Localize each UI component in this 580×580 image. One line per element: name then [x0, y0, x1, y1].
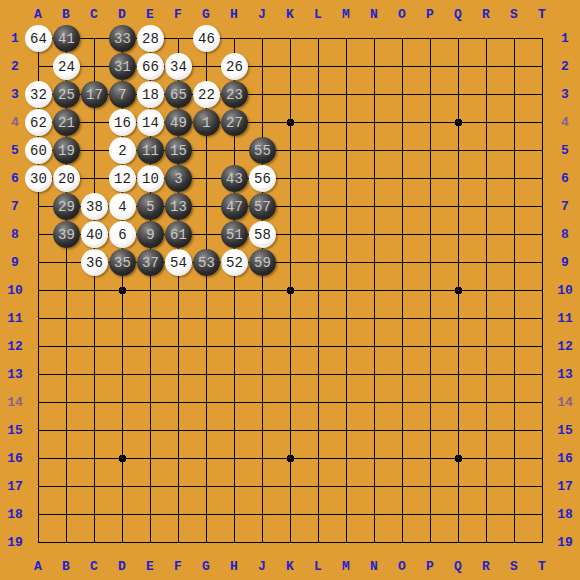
col-label-bottom-H: H [230, 560, 238, 573]
stone-black-37-E9[interactable]: 37 [137, 249, 164, 276]
stone-white-62-A4[interactable]: 62 [25, 109, 52, 136]
stone-black-53-G9[interactable]: 53 [193, 249, 220, 276]
row-label-right-8: 8 [561, 228, 569, 241]
stone-black-39-B8[interactable]: 39 [53, 221, 80, 248]
stone-white-60-A5[interactable]: 60 [25, 137, 52, 164]
stone-white-66-E2[interactable]: 66 [137, 53, 164, 80]
stone-white-20-B6[interactable]: 20 [53, 165, 80, 192]
col-label-bottom-S: S [510, 560, 518, 573]
col-label-top-H: H [230, 8, 238, 21]
row-label-left-3: 3 [11, 88, 19, 101]
row-label-right-3: 3 [561, 88, 569, 101]
row-label-left-14: 14 [7, 396, 23, 409]
stone-black-49-F4[interactable]: 49 [165, 109, 192, 136]
col-label-top-C: C [90, 8, 98, 21]
row-label-right-1: 1 [561, 32, 569, 45]
stone-white-14-E4[interactable]: 14 [137, 109, 164, 136]
stone-white-16-D4[interactable]: 16 [109, 109, 136, 136]
col-label-top-G: G [202, 8, 210, 21]
stone-black-13-F7[interactable]: 13 [165, 193, 192, 220]
row-label-left-17: 17 [7, 480, 23, 493]
row-label-left-4: 4 [11, 116, 19, 129]
stone-white-40-C8[interactable]: 40 [81, 221, 108, 248]
col-label-top-P: P [426, 8, 434, 21]
col-label-bottom-Q: Q [454, 560, 462, 573]
stone-black-57-J7[interactable]: 57 [249, 193, 276, 220]
stone-white-18-E3[interactable]: 18 [137, 81, 164, 108]
row-label-right-9: 9 [561, 256, 569, 269]
stone-black-55-J5[interactable]: 55 [249, 137, 276, 164]
col-label-bottom-C: C [90, 560, 98, 573]
col-label-top-L: L [314, 8, 322, 21]
stone-black-61-F8[interactable]: 61 [165, 221, 192, 248]
col-label-top-D: D [118, 8, 126, 21]
col-label-top-M: M [342, 8, 350, 21]
col-label-top-B: B [62, 8, 70, 21]
stone-black-47-H7[interactable]: 47 [221, 193, 248, 220]
row-label-right-18: 18 [557, 508, 573, 521]
star-point-K10 [287, 287, 295, 295]
star-point-K4 [287, 119, 295, 127]
col-label-bottom-B: B [62, 560, 70, 573]
col-label-bottom-R: R [482, 560, 490, 573]
stone-black-1-G4[interactable]: 1 [193, 109, 220, 136]
stone-black-51-H8[interactable]: 51 [221, 221, 248, 248]
row-label-left-10: 10 [7, 284, 23, 297]
stone-white-36-C9[interactable]: 36 [81, 249, 108, 276]
stone-black-15-F5[interactable]: 15 [165, 137, 192, 164]
col-label-top-S: S [510, 8, 518, 21]
stone-black-59-J9[interactable]: 59 [249, 249, 276, 276]
row-label-right-10: 10 [557, 284, 573, 297]
star-point-K16 [287, 455, 295, 463]
stone-black-9-E8[interactable]: 9 [137, 221, 164, 248]
row-label-right-19: 19 [557, 536, 573, 549]
col-label-top-E: E [146, 8, 154, 21]
row-label-left-13: 13 [7, 368, 23, 381]
col-label-bottom-J: J [258, 560, 266, 573]
row-label-right-5: 5 [561, 144, 569, 157]
stone-black-5-E7[interactable]: 5 [137, 193, 164, 220]
col-label-bottom-D: D [118, 560, 126, 573]
stone-white-2-D5[interactable]: 2 [109, 137, 136, 164]
stone-white-22-G3[interactable]: 22 [193, 81, 220, 108]
stone-white-32-A3[interactable]: 32 [25, 81, 52, 108]
row-label-right-7: 7 [561, 200, 569, 213]
row-label-left-18: 18 [7, 508, 23, 521]
row-label-right-4: 4 [561, 116, 569, 129]
stone-white-28-E1[interactable]: 28 [137, 25, 164, 52]
row-label-left-5: 5 [11, 144, 19, 157]
stone-white-4-D7[interactable]: 4 [109, 193, 136, 220]
row-label-left-16: 16 [7, 452, 23, 465]
row-label-right-16: 16 [557, 452, 573, 465]
stone-white-56-J6[interactable]: 56 [249, 165, 276, 192]
stone-black-31-D2[interactable]: 31 [109, 53, 136, 80]
stone-white-12-D6[interactable]: 12 [109, 165, 136, 192]
stone-white-6-D8[interactable]: 6 [109, 221, 136, 248]
col-label-bottom-O: O [398, 560, 406, 573]
row-label-right-17: 17 [557, 480, 573, 493]
row-label-right-14: 14 [557, 396, 573, 409]
stone-black-25-B3[interactable]: 25 [53, 81, 80, 108]
col-label-bottom-K: K [286, 560, 294, 573]
col-label-top-Q: Q [454, 8, 462, 21]
col-label-top-O: O [398, 8, 406, 21]
row-label-left-11: 11 [7, 312, 23, 325]
go-board[interactable]: AABBCCDDEEFFGGHHJJKKLLMMNNOOPPQQRRSSTT11… [0, 0, 580, 580]
stone-white-46-G1[interactable]: 46 [193, 25, 220, 52]
col-label-top-N: N [370, 8, 378, 21]
col-label-top-R: R [482, 8, 490, 21]
row-label-right-11: 11 [557, 312, 573, 325]
stone-black-19-B5[interactable]: 19 [53, 137, 80, 164]
col-label-bottom-L: L [314, 560, 322, 573]
stone-black-3-F6[interactable]: 3 [165, 165, 192, 192]
col-label-bottom-N: N [370, 560, 378, 573]
col-label-top-K: K [286, 8, 294, 21]
col-label-bottom-F: F [174, 560, 182, 573]
stone-black-43-H6[interactable]: 43 [221, 165, 248, 192]
row-label-left-7: 7 [11, 200, 19, 213]
col-label-bottom-E: E [146, 560, 154, 573]
stone-white-52-H9[interactable]: 52 [221, 249, 248, 276]
star-point-D10 [119, 287, 127, 295]
col-label-bottom-P: P [426, 560, 434, 573]
stone-black-17-C3[interactable]: 17 [81, 81, 108, 108]
star-point-Q4 [455, 119, 463, 127]
stone-white-34-F2[interactable]: 34 [165, 53, 192, 80]
row-label-left-6: 6 [11, 172, 19, 185]
star-point-D16 [119, 455, 127, 463]
star-point-Q10 [455, 287, 463, 295]
col-label-top-A: A [34, 8, 42, 21]
col-label-bottom-M: M [342, 560, 350, 573]
col-label-top-F: F [174, 8, 182, 21]
row-label-left-12: 12 [7, 340, 23, 353]
row-label-right-12: 12 [557, 340, 573, 353]
star-point-Q16 [455, 455, 463, 463]
col-label-bottom-A: A [34, 560, 42, 573]
stone-black-21-B4[interactable]: 21 [53, 109, 80, 136]
row-label-left-8: 8 [11, 228, 19, 241]
stone-white-26-H2[interactable]: 26 [221, 53, 248, 80]
col-label-bottom-G: G [202, 560, 210, 573]
stone-black-23-H3[interactable]: 23 [221, 81, 248, 108]
stone-white-24-B2[interactable]: 24 [53, 53, 80, 80]
stone-white-58-J8[interactable]: 58 [249, 221, 276, 248]
stone-white-30-A6[interactable]: 30 [25, 165, 52, 192]
stone-black-35-D9[interactable]: 35 [109, 249, 136, 276]
row-label-right-2: 2 [561, 60, 569, 73]
stone-black-7-D3[interactable]: 7 [109, 81, 136, 108]
stone-black-65-F3[interactable]: 65 [165, 81, 192, 108]
stone-white-10-E6[interactable]: 10 [137, 165, 164, 192]
col-label-top-T: T [538, 8, 546, 21]
stone-white-38-C7[interactable]: 38 [81, 193, 108, 220]
row-label-left-1: 1 [11, 32, 19, 45]
col-label-bottom-T: T [538, 560, 546, 573]
stone-black-27-H4[interactable]: 27 [221, 109, 248, 136]
stone-black-33-D1[interactable]: 33 [109, 25, 136, 52]
stone-white-64-A1[interactable]: 64 [25, 25, 52, 52]
row-label-right-6: 6 [561, 172, 569, 185]
row-label-right-13: 13 [557, 368, 573, 381]
stone-black-11-E5[interactable]: 11 [137, 137, 164, 164]
row-label-right-15: 15 [557, 424, 573, 437]
row-label-left-2: 2 [11, 60, 19, 73]
col-label-top-J: J [258, 8, 266, 21]
row-label-left-9: 9 [11, 256, 19, 269]
stone-black-41-B1[interactable]: 41 [53, 25, 80, 52]
row-label-left-19: 19 [7, 536, 23, 549]
row-label-left-15: 15 [7, 424, 23, 437]
stone-black-29-B7[interactable]: 29 [53, 193, 80, 220]
stone-white-54-F9[interactable]: 54 [165, 249, 192, 276]
